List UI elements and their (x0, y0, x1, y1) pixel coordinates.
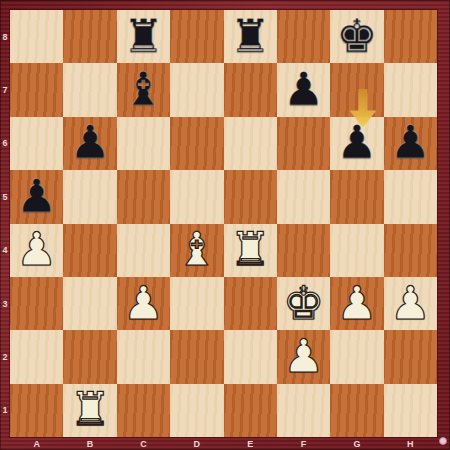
square-f5[interactable] (277, 170, 330, 223)
square-e1[interactable] (224, 384, 277, 437)
rank-label-3: 3 (0, 277, 10, 330)
black-pawn[interactable]: ♟ (16, 173, 57, 219)
white-pawn[interactable]: ♟ (283, 333, 324, 379)
square-d8[interactable] (170, 10, 223, 63)
square-g7[interactable] (330, 63, 383, 116)
square-h8[interactable] (384, 10, 437, 63)
white-rook[interactable]: ♜ (230, 226, 271, 272)
square-d6[interactable] (170, 117, 223, 170)
square-c7[interactable]: ♝ (117, 63, 170, 116)
square-b4[interactable] (63, 224, 116, 277)
square-f1[interactable] (277, 384, 330, 437)
rank-label-1: 1 (0, 384, 10, 437)
square-d5[interactable] (170, 170, 223, 223)
square-c2[interactable] (117, 330, 170, 383)
rank-labels: 87654321 (0, 10, 10, 437)
white-rook[interactable]: ♜ (69, 386, 110, 432)
square-b2[interactable] (63, 330, 116, 383)
square-d2[interactable] (170, 330, 223, 383)
rank-label-8: 8 (0, 10, 10, 63)
square-g1[interactable] (330, 384, 383, 437)
square-e6[interactable] (224, 117, 277, 170)
corner-handle-dot[interactable] (439, 437, 447, 445)
white-pawn[interactable]: ♟ (123, 280, 164, 326)
square-b8[interactable] (63, 10, 116, 63)
square-b7[interactable] (63, 63, 116, 116)
square-a4[interactable]: ♟ (10, 224, 63, 277)
file-label-h: H (384, 437, 437, 450)
white-king[interactable]: ♚ (283, 280, 324, 326)
square-c8[interactable]: ♜ (117, 10, 170, 63)
square-c4[interactable] (117, 224, 170, 277)
square-b3[interactable] (63, 277, 116, 330)
black-king[interactable]: ♚ (336, 13, 377, 59)
square-c1[interactable] (117, 384, 170, 437)
square-b1[interactable]: ♜ (63, 384, 116, 437)
square-g8[interactable]: ♚ (330, 10, 383, 63)
square-e5[interactable] (224, 170, 277, 223)
square-a3[interactable] (10, 277, 63, 330)
rank-label-7: 7 (0, 63, 10, 116)
square-h2[interactable] (384, 330, 437, 383)
square-e3[interactable] (224, 277, 277, 330)
square-d4[interactable]: ♝ (170, 224, 223, 277)
square-f4[interactable] (277, 224, 330, 277)
square-g3[interactable]: ♟ (330, 277, 383, 330)
square-c6[interactable] (117, 117, 170, 170)
square-e2[interactable] (224, 330, 277, 383)
white-pawn[interactable]: ♟ (336, 280, 377, 326)
square-a7[interactable] (10, 63, 63, 116)
file-label-b: B (63, 437, 116, 450)
square-a2[interactable] (10, 330, 63, 383)
square-b6[interactable]: ♟ (63, 117, 116, 170)
square-h1[interactable] (384, 384, 437, 437)
file-label-g: G (330, 437, 383, 450)
rank-label-2: 2 (0, 330, 10, 383)
black-pawn[interactable]: ♟ (336, 119, 377, 165)
file-labels: ABCDEFGH (10, 437, 437, 450)
square-h6[interactable]: ♟ (384, 117, 437, 170)
square-h5[interactable] (384, 170, 437, 223)
chess-board: ♜♜♚♝♟♟♟♟♟♟♝♜♟♚♟♟♟♜ (10, 10, 437, 437)
file-label-a: A (10, 437, 63, 450)
square-g4[interactable] (330, 224, 383, 277)
square-b5[interactable] (63, 170, 116, 223)
black-pawn[interactable]: ♟ (283, 66, 324, 112)
rank-label-4: 4 (0, 224, 10, 277)
square-g6[interactable]: ♟ (330, 117, 383, 170)
square-e8[interactable]: ♜ (224, 10, 277, 63)
square-f8[interactable] (277, 10, 330, 63)
black-pawn[interactable]: ♟ (390, 119, 431, 165)
square-h3[interactable]: ♟ (384, 277, 437, 330)
black-rook[interactable]: ♜ (123, 13, 164, 59)
square-d3[interactable] (170, 277, 223, 330)
square-h4[interactable] (384, 224, 437, 277)
black-rook[interactable]: ♜ (230, 13, 271, 59)
square-f3[interactable]: ♚ (277, 277, 330, 330)
file-label-e: E (224, 437, 277, 450)
square-g5[interactable] (330, 170, 383, 223)
file-label-d: D (170, 437, 223, 450)
square-e7[interactable] (224, 63, 277, 116)
square-c5[interactable] (117, 170, 170, 223)
white-bishop[interactable]: ♝ (176, 226, 217, 272)
square-d1[interactable] (170, 384, 223, 437)
black-pawn[interactable]: ♟ (69, 119, 110, 165)
square-f6[interactable] (277, 117, 330, 170)
square-g2[interactable] (330, 330, 383, 383)
square-a5[interactable]: ♟ (10, 170, 63, 223)
square-a6[interactable] (10, 117, 63, 170)
square-e4[interactable]: ♜ (224, 224, 277, 277)
black-bishop[interactable]: ♝ (123, 66, 164, 112)
chess-board-frame: ♜♜♚♝♟♟♟♟♟♟♝♜♟♚♟♟♟♜ 87654321 ABCDEFGH (0, 0, 450, 450)
square-a1[interactable] (10, 384, 63, 437)
white-pawn[interactable]: ♟ (390, 280, 431, 326)
file-label-f: F (277, 437, 330, 450)
rank-label-6: 6 (0, 117, 10, 170)
square-f7[interactable]: ♟ (277, 63, 330, 116)
square-a8[interactable] (10, 10, 63, 63)
square-c3[interactable]: ♟ (117, 277, 170, 330)
square-f2[interactable]: ♟ (277, 330, 330, 383)
white-pawn[interactable]: ♟ (16, 226, 57, 272)
file-label-c: C (117, 437, 170, 450)
square-d7[interactable] (170, 63, 223, 116)
rank-label-5: 5 (0, 170, 10, 223)
square-h7[interactable] (384, 63, 437, 116)
